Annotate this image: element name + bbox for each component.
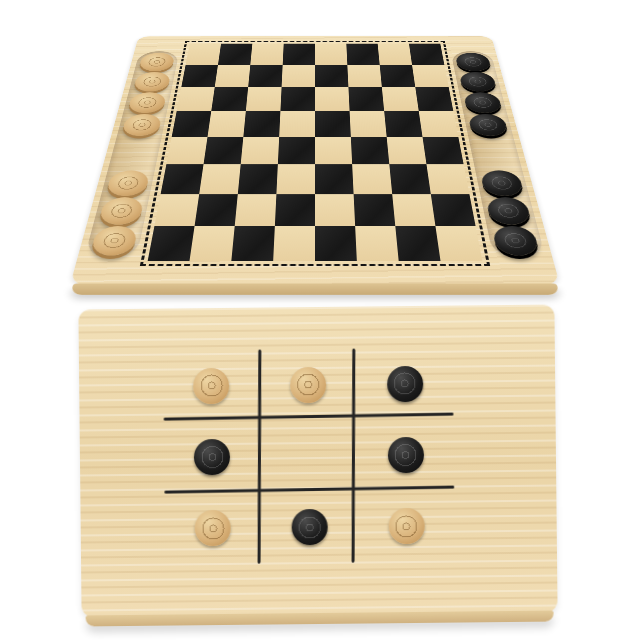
ttt-cell-r3c2[interactable]: [261, 491, 358, 563]
checkers-square[interactable]: [315, 226, 357, 261]
product-photo-stage: Tic - Tac - Toe GSE™: [0, 0, 640, 640]
checkers-square[interactable]: [231, 226, 275, 261]
ttt-cell-r1c1[interactable]: [163, 350, 260, 422]
light-checker-piece[interactable]: [98, 197, 145, 224]
checkers-square[interactable]: [278, 137, 315, 165]
light-checker-piece[interactable]: [133, 72, 172, 91]
checkers-square[interactable]: [382, 87, 419, 111]
checkers-square[interactable]: [186, 44, 221, 65]
checkers-square[interactable]: [218, 44, 252, 65]
checkers-square[interactable]: [315, 87, 350, 111]
ttt-cell-r1c3[interactable]: [356, 348, 453, 420]
checkers-square[interactable]: [435, 226, 482, 261]
checkers-square[interactable]: [189, 226, 234, 261]
checkers-square[interactable]: [431, 194, 476, 226]
checkers-square[interactable]: [276, 164, 315, 194]
checkers-square[interactable]: [415, 87, 453, 111]
checkers-square[interactable]: [161, 164, 204, 194]
checkers-square[interactable]: [248, 65, 283, 87]
checkers-square[interactable]: [275, 194, 315, 226]
checkers-square[interactable]: [315, 65, 348, 87]
ttt-cell-r2c2[interactable]: [260, 420, 357, 492]
tray-piece-group: [454, 51, 509, 138]
dark-checker-piece[interactable]: [463, 92, 503, 113]
tray-piece-group: [479, 168, 541, 258]
ttt-cell-r3c1[interactable]: [164, 492, 261, 564]
checkers-square[interactable]: [208, 111, 246, 137]
checkers-square[interactable]: [348, 87, 384, 111]
light-checker-piece[interactable]: [195, 510, 231, 546]
light-checker-piece[interactable]: [388, 508, 424, 544]
checkers-scene: [70, 36, 560, 285]
ttt-cell-r2c1[interactable]: [164, 421, 261, 493]
checkers-square[interactable]: [211, 87, 248, 111]
checkers-square[interactable]: [354, 194, 396, 226]
checkers-grid: [148, 44, 483, 262]
checkers-square[interactable]: [350, 111, 387, 137]
dark-checker-piece[interactable]: [387, 437, 423, 473]
checkers-square[interactable]: [387, 137, 427, 165]
dark-checker-piece[interactable]: [480, 170, 525, 196]
checkers-square[interactable]: [315, 137, 352, 165]
checkers-square[interactable]: [177, 87, 215, 111]
dark-checker-piece[interactable]: [468, 114, 509, 136]
checkers-square[interactable]: [380, 65, 416, 87]
ttt-grid: [163, 348, 455, 565]
checkers-square[interactable]: [181, 65, 218, 87]
checkers-square[interactable]: [250, 44, 283, 65]
checkers-square[interactable]: [273, 226, 315, 261]
checkers-square[interactable]: [351, 137, 389, 165]
checkers-play-frame: [140, 41, 490, 266]
checkers-square[interactable]: [235, 194, 277, 226]
checkers-square[interactable]: [355, 226, 399, 261]
checkers-square[interactable]: [166, 137, 207, 165]
tray-piece-group: [89, 168, 151, 258]
checkers-square[interactable]: [347, 65, 382, 87]
checkers-square[interactable]: [172, 111, 212, 137]
light-checker-piece[interactable]: [138, 53, 175, 71]
checkers-square[interactable]: [241, 137, 279, 165]
checkers-square[interactable]: [315, 164, 354, 194]
checkers-square[interactable]: [409, 44, 444, 65]
dark-checker-piece[interactable]: [459, 72, 498, 91]
checkers-square[interactable]: [243, 111, 280, 137]
checkers-square[interactable]: [315, 44, 347, 65]
checkers-square[interactable]: [215, 65, 251, 87]
dark-checker-piece[interactable]: [194, 439, 230, 475]
dark-checker-piece[interactable]: [455, 53, 492, 71]
checkers-square[interactable]: [426, 164, 469, 194]
light-checker-piece[interactable]: [290, 367, 326, 403]
dark-checker-piece[interactable]: [291, 509, 327, 545]
dark-checker-piece[interactable]: [387, 366, 423, 402]
light-checker-piece[interactable]: [90, 226, 139, 256]
checkers-square[interactable]: [392, 194, 435, 226]
ttt-cell-r2c3[interactable]: [357, 419, 454, 491]
checkers-square[interactable]: [395, 226, 440, 261]
checkers-square[interactable]: [315, 194, 355, 226]
checkers-square[interactable]: [279, 111, 315, 137]
light-checker-piece[interactable]: [121, 114, 162, 136]
light-checker-piece[interactable]: [105, 170, 150, 196]
light-checker-piece[interactable]: [193, 368, 229, 404]
checkers-square[interactable]: [195, 194, 238, 226]
ttt-cell-r1c2[interactable]: [259, 349, 356, 421]
checkers-square[interactable]: [199, 164, 240, 194]
checkers-square[interactable]: [422, 137, 463, 165]
checkers-square[interactable]: [412, 65, 449, 87]
checkers-square[interactable]: [246, 87, 282, 111]
checkers-square[interactable]: [352, 164, 392, 194]
checkers-square[interactable]: [280, 87, 315, 111]
checkers-square[interactable]: [204, 137, 244, 165]
checkers-board: [70, 36, 560, 285]
checkers-square[interactable]: [238, 164, 278, 194]
tictactoe-board: Tic - Tac - Toe GSE™: [78, 305, 557, 618]
dark-checker-piece[interactable]: [485, 197, 532, 224]
dark-checker-piece[interactable]: [491, 226, 540, 256]
checkers-square[interactable]: [315, 111, 351, 137]
checkers-square[interactable]: [419, 111, 459, 137]
checkers-square[interactable]: [389, 164, 430, 194]
checkers-square[interactable]: [378, 44, 412, 65]
checkers-square[interactable]: [282, 65, 315, 87]
light-checker-piece[interactable]: [127, 92, 167, 113]
checkers-square[interactable]: [148, 226, 195, 261]
checkers-square[interactable]: [346, 44, 379, 65]
checkers-square[interactable]: [384, 111, 422, 137]
checkers-square[interactable]: [283, 44, 315, 65]
ttt-cell-r3c3[interactable]: [358, 490, 455, 562]
checkers-square[interactable]: [154, 194, 199, 226]
tictactoe-label: Tic - Tac - Toe: [548, 636, 595, 640]
